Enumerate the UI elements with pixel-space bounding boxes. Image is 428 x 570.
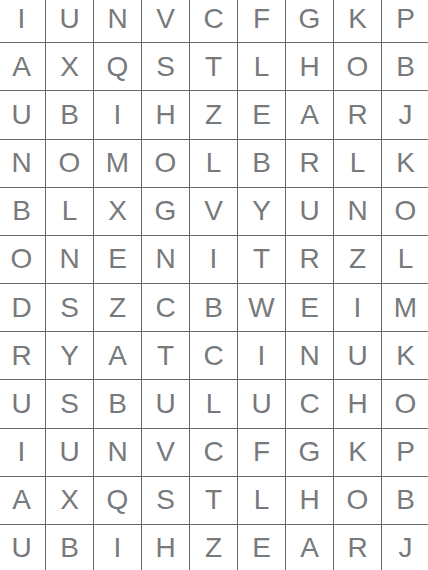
grid-cell[interactable]: U (46, 0, 94, 43)
grid-cell[interactable]: O (382, 188, 428, 236)
grid-cell[interactable]: Z (94, 284, 142, 332)
grid-cell[interactable]: C (286, 380, 334, 428)
grid-cell[interactable]: B (238, 140, 286, 188)
grid-cell[interactable]: K (382, 140, 428, 188)
grid-cell[interactable]: S (142, 43, 190, 91)
grid-cell[interactable]: I (0, 429, 46, 477)
grid-cell[interactable]: U (286, 188, 334, 236)
grid-cell[interactable]: X (94, 188, 142, 236)
grid-cell[interactable]: T (142, 332, 190, 380)
grid-cell[interactable]: K (334, 0, 382, 43)
grid-cell[interactable]: C (190, 429, 238, 477)
grid-cell[interactable]: N (142, 236, 190, 284)
grid-cell[interactable]: R (0, 332, 46, 380)
grid-cell[interactable]: T (190, 43, 238, 91)
grid-cell[interactable]: X (46, 43, 94, 91)
grid-cell[interactable]: U (0, 380, 46, 428)
grid-cell[interactable]: N (94, 0, 142, 43)
grid-cell[interactable]: J (382, 91, 428, 139)
grid-cell[interactable]: Y (46, 332, 94, 380)
grid-cell[interactable]: O (46, 140, 94, 188)
grid-cell[interactable]: L (238, 43, 286, 91)
grid-cell[interactable]: H (142, 525, 190, 570)
grid-cell[interactable]: O (0, 236, 46, 284)
grid-cell[interactable]: W (238, 284, 286, 332)
grid-cell[interactable]: U (0, 91, 46, 139)
grid-cell[interactable]: I (238, 332, 286, 380)
grid-cell[interactable]: I (94, 525, 142, 570)
grid-cell[interactable]: I (190, 236, 238, 284)
grid-cell[interactable]: H (286, 477, 334, 525)
word-search-puzzle: IUNVCFGKPAXQSTLHOBUBIHZEARJNOMOLBRLKBLXG… (0, 0, 428, 570)
grid-cell[interactable]: V (142, 0, 190, 43)
grid-cell[interactable]: F (238, 0, 286, 43)
grid-cell[interactable]: N (0, 140, 46, 188)
grid-cell[interactable]: D (0, 284, 46, 332)
grid-cell[interactable]: N (94, 429, 142, 477)
grid-cell[interactable]: U (142, 380, 190, 428)
grid-cell[interactable]: P (382, 0, 428, 43)
grid-cell[interactable]: N (334, 188, 382, 236)
grid-cell[interactable]: R (286, 236, 334, 284)
grid-cell[interactable]: E (286, 284, 334, 332)
grid-cell[interactable]: C (190, 332, 238, 380)
grid-cell[interactable]: Z (334, 236, 382, 284)
grid-cell[interactable]: Z (190, 525, 238, 570)
grid-cell[interactable]: H (286, 43, 334, 91)
grid-cell[interactable]: U (46, 429, 94, 477)
grid-cell[interactable]: H (142, 91, 190, 139)
grid-cell[interactable]: C (190, 0, 238, 43)
grid-cell[interactable]: T (190, 477, 238, 525)
grid-cell[interactable]: B (0, 188, 46, 236)
grid-cell[interactable]: L (382, 236, 428, 284)
grid-cell[interactable]: E (238, 525, 286, 570)
grid-cell[interactable]: G (286, 0, 334, 43)
grid-cell[interactable]: N (286, 332, 334, 380)
grid-cell[interactable]: B (46, 91, 94, 139)
grid-cell[interactable]: M (94, 140, 142, 188)
grid-cell[interactable]: K (382, 332, 428, 380)
grid-cell[interactable]: A (0, 43, 46, 91)
grid-cell[interactable]: Q (94, 43, 142, 91)
grid-cell[interactable]: O (334, 477, 382, 525)
grid-cell[interactable]: R (286, 140, 334, 188)
grid-cell[interactable]: L (238, 477, 286, 525)
grid-cell[interactable]: O (334, 43, 382, 91)
grid-cell[interactable]: S (46, 284, 94, 332)
grid-cell[interactable]: H (334, 380, 382, 428)
grid-cell[interactable]: Y (238, 188, 286, 236)
grid-cell[interactable]: Z (190, 91, 238, 139)
grid-cell[interactable]: L (334, 140, 382, 188)
grid-cell[interactable]: X (46, 477, 94, 525)
grid-cell[interactable]: V (190, 188, 238, 236)
grid-cell[interactable]: L (46, 188, 94, 236)
grid-cell[interactable]: I (334, 284, 382, 332)
grid-cell[interactable]: S (142, 477, 190, 525)
grid-cell[interactable]: V (142, 429, 190, 477)
grid-cell[interactable]: O (382, 380, 428, 428)
grid-cell[interactable]: A (286, 91, 334, 139)
grid-cell[interactable]: J (382, 525, 428, 570)
grid-cell[interactable]: K (334, 429, 382, 477)
grid-cell[interactable]: P (382, 429, 428, 477)
grid-cell[interactable]: Q (94, 477, 142, 525)
grid-cell[interactable]: A (0, 477, 46, 525)
grid-cell[interactable]: M (382, 284, 428, 332)
grid-cell[interactable]: U (238, 380, 286, 428)
grid-cell[interactable]: B (382, 477, 428, 525)
grid-cell[interactable]: B (46, 525, 94, 570)
grid-cell[interactable]: B (94, 380, 142, 428)
grid-cell[interactable]: B (382, 43, 428, 91)
grid-cell[interactable]: A (94, 332, 142, 380)
grid-cell[interactable]: R (334, 525, 382, 570)
grid-cell[interactable]: L (190, 140, 238, 188)
grid-cell[interactable]: U (0, 525, 46, 570)
grid-cell[interactable]: I (0, 0, 46, 43)
grid-cell[interactable]: S (46, 380, 94, 428)
grid-cell[interactable]: U (334, 332, 382, 380)
grid-cell[interactable]: F (238, 429, 286, 477)
grid-cell[interactable]: G (286, 429, 334, 477)
word-search-grid: IUNVCFGKPAXQSTLHOBUBIHZEARJNOMOLBRLKBLXG… (0, 0, 428, 570)
grid-cell[interactable]: B (190, 284, 238, 332)
grid-cell[interactable]: O (142, 140, 190, 188)
grid-cell[interactable]: A (286, 525, 334, 570)
grid-cell[interactable]: L (190, 380, 238, 428)
grid-cell[interactable]: C (142, 284, 190, 332)
grid-cell[interactable]: E (238, 91, 286, 139)
grid-cell[interactable]: R (334, 91, 382, 139)
grid-cell[interactable]: T (238, 236, 286, 284)
grid-cell[interactable]: I (94, 91, 142, 139)
grid-cell[interactable]: E (94, 236, 142, 284)
grid-cell[interactable]: G (142, 188, 190, 236)
grid-cell[interactable]: N (46, 236, 94, 284)
